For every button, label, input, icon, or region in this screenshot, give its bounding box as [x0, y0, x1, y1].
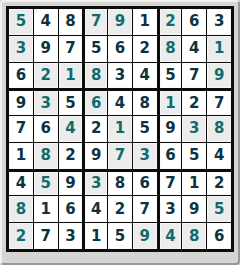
cell-r8c6[interactable]: 7: [133, 196, 157, 222]
cell-r9c1[interactable]: 2: [9, 223, 33, 249]
cell-r1c6[interactable]: 1: [133, 9, 157, 35]
cell-r6c2[interactable]: 8: [34, 143, 58, 169]
cell-r4c6[interactable]: 8: [133, 91, 157, 115]
cell-r3c8[interactable]: 7: [182, 63, 206, 89]
cell-r5c9[interactable]: 8: [207, 116, 231, 142]
cell-r1c1[interactable]: 5: [9, 9, 33, 35]
cell-r7c7[interactable]: 7: [160, 172, 182, 196]
cell-r6c7[interactable]: 6: [160, 143, 182, 169]
cell-r5c8[interactable]: 3: [182, 116, 206, 142]
cell-r3c1[interactable]: 6: [9, 63, 33, 89]
cell-r4c9[interactable]: 7: [207, 91, 231, 115]
cell-r2c2[interactable]: 9: [34, 36, 58, 62]
cell-r9c6[interactable]: 9: [133, 223, 157, 249]
cell-r9c2[interactable]: 7: [34, 223, 58, 249]
cell-r5c1[interactable]: 7: [9, 116, 33, 142]
cell-r8c5[interactable]: 2: [108, 196, 132, 222]
cell-r8c1[interactable]: 8: [9, 196, 33, 222]
cell-r5c5[interactable]: 1: [108, 116, 132, 142]
cell-r2c6[interactable]: 2: [133, 36, 157, 62]
cell-r2c9[interactable]: 1: [207, 36, 231, 62]
cell-r1c5[interactable]: 9: [108, 9, 132, 35]
cell-r7c6[interactable]: 6: [133, 172, 157, 196]
cell-r7c8[interactable]: 1: [182, 172, 206, 196]
cell-r9c8[interactable]: 8: [182, 223, 206, 249]
cell-r1c7[interactable]: 2: [160, 9, 182, 35]
cell-r7c1[interactable]: 4: [9, 172, 33, 196]
cell-r2c4[interactable]: 5: [85, 36, 107, 62]
cell-r2c7[interactable]: 8: [160, 36, 182, 62]
cell-r6c8[interactable]: 5: [182, 143, 206, 169]
cell-r5c2[interactable]: 6: [34, 116, 58, 142]
cell-r4c2[interactable]: 3: [34, 91, 58, 115]
cell-r3c5[interactable]: 3: [108, 63, 132, 89]
cell-r6c3[interactable]: 2: [59, 143, 83, 169]
cell-r1c4[interactable]: 7: [85, 9, 107, 35]
cell-r6c6[interactable]: 3: [133, 143, 157, 169]
cell-r5c6[interactable]: 5: [133, 116, 157, 142]
cell-r9c3[interactable]: 3: [59, 223, 83, 249]
cell-r1c9[interactable]: 3: [207, 9, 231, 35]
cell-r7c9[interactable]: 2: [207, 172, 231, 196]
cell-r3c6[interactable]: 4: [133, 63, 157, 89]
sudoku-grid: 5487912633975628416218345799356481277642…: [6, 6, 234, 252]
cell-r5c4[interactable]: 2: [85, 116, 107, 142]
cell-r4c1[interactable]: 9: [9, 91, 33, 115]
cell-r6c4[interactable]: 9: [85, 143, 107, 169]
cell-r8c9[interactable]: 5: [207, 196, 231, 222]
cell-r3c9[interactable]: 9: [207, 63, 231, 89]
cell-r6c1[interactable]: 1: [9, 143, 33, 169]
cell-r4c7[interactable]: 1: [160, 91, 182, 115]
cell-r8c8[interactable]: 9: [182, 196, 206, 222]
cell-r5c3[interactable]: 4: [59, 116, 83, 142]
cell-r1c8[interactable]: 6: [182, 9, 206, 35]
cell-r2c8[interactable]: 4: [182, 36, 206, 62]
cell-r5c7[interactable]: 9: [160, 116, 182, 142]
cell-r8c7[interactable]: 3: [160, 196, 182, 222]
cell-r3c3[interactable]: 1: [59, 63, 83, 89]
cell-r4c3[interactable]: 5: [59, 91, 83, 115]
cell-r9c9[interactable]: 6: [207, 223, 231, 249]
cell-r7c5[interactable]: 8: [108, 172, 132, 196]
cell-r2c3[interactable]: 7: [59, 36, 83, 62]
sudoku-panel: 5487912633975628416218345799356481277642…: [0, 0, 240, 265]
cell-r8c2[interactable]: 1: [34, 196, 58, 222]
cell-r8c3[interactable]: 6: [59, 196, 83, 222]
cell-r1c2[interactable]: 4: [34, 9, 58, 35]
cell-r7c2[interactable]: 5: [34, 172, 58, 196]
cell-r7c3[interactable]: 9: [59, 172, 83, 196]
cell-r3c2[interactable]: 2: [34, 63, 58, 89]
cell-r1c3[interactable]: 8: [59, 9, 83, 35]
cell-r4c5[interactable]: 4: [108, 91, 132, 115]
cell-r7c4[interactable]: 3: [85, 172, 107, 196]
cell-r3c4[interactable]: 8: [85, 63, 107, 89]
cell-r4c4[interactable]: 6: [85, 91, 107, 115]
cell-r6c9[interactable]: 4: [207, 143, 231, 169]
cell-r3c7[interactable]: 5: [160, 63, 182, 89]
cell-r2c5[interactable]: 6: [108, 36, 132, 62]
cell-r6c5[interactable]: 7: [108, 143, 132, 169]
cell-r8c4[interactable]: 4: [85, 196, 107, 222]
cell-r9c7[interactable]: 4: [160, 223, 182, 249]
cell-r9c4[interactable]: 1: [85, 223, 107, 249]
cell-r4c8[interactable]: 2: [182, 91, 206, 115]
cell-r2c1[interactable]: 3: [9, 36, 33, 62]
cell-r9c5[interactable]: 5: [108, 223, 132, 249]
